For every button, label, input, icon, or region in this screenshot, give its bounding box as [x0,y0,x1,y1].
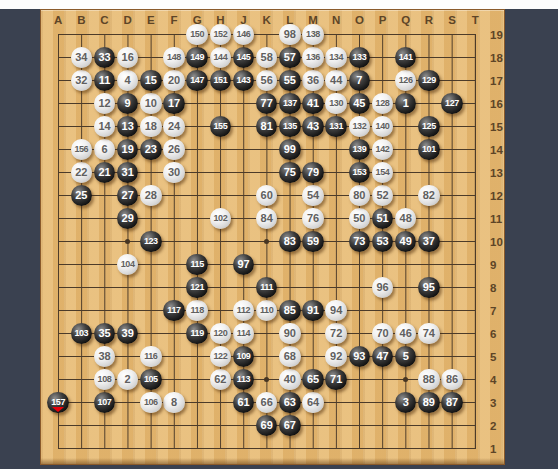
stone-M10[interactable]: 59 [301,230,324,253]
stone-G6[interactable]: 119 [186,322,209,345]
black-stone-S3[interactable]: 87 [441,392,463,414]
black-stone-M4[interactable]: 65 [302,369,324,391]
white-stone-B18[interactable]: 34 [71,47,93,69]
white-stone-O11[interactable]: 50 [349,208,371,230]
stone-K18[interactable]: 58 [255,46,278,69]
stone-L6[interactable]: 90 [278,322,301,345]
stone-R10[interactable]: 37 [417,230,440,253]
stone-E10[interactable]: 123 [139,230,162,253]
black-stone-Q3[interactable]: 3 [395,392,417,414]
black-stone-D15[interactable]: 13 [117,116,139,138]
stone-L3[interactable]: 63 [278,391,301,414]
stone-O14[interactable]: 139 [348,138,371,161]
white-stone-H4[interactable]: 62 [210,369,232,391]
black-stone-O17[interactable]: 7 [349,70,371,92]
white-stone-P16[interactable]: 128 [372,93,394,115]
stone-K8[interactable]: 111 [255,276,278,299]
white-stone-L4[interactable]: 40 [279,369,301,391]
stone-N18[interactable]: 134 [325,46,348,69]
white-stone-S4[interactable]: 86 [441,369,463,391]
stone-B14[interactable]: 156 [70,138,93,161]
stone-D17[interactable]: 4 [116,69,139,92]
white-stone-R4[interactable]: 88 [418,369,440,391]
stone-K15[interactable]: 81 [255,115,278,138]
black-stone-L18[interactable]: 57 [279,47,301,69]
white-stone-N7[interactable]: 94 [325,300,347,322]
stone-C16[interactable]: 12 [93,92,116,115]
black-stone-C17[interactable]: 11 [94,70,116,92]
black-stone-M15[interactable]: 43 [302,116,324,138]
black-stone-G17[interactable]: 147 [186,70,208,92]
black-stone-A3[interactable]: 157 [47,392,69,414]
stone-E3[interactable]: 106 [139,391,162,414]
white-stone-M19[interactable]: 138 [302,24,324,46]
stone-D15[interactable]: 13 [116,115,139,138]
black-stone-O18[interactable]: 133 [349,47,371,69]
white-stone-R6[interactable]: 74 [418,323,440,345]
stone-S16[interactable]: 127 [440,92,463,115]
stone-J19[interactable]: 146 [232,23,255,46]
stone-H19[interactable]: 152 [209,23,232,46]
white-stone-K17[interactable]: 56 [256,70,278,92]
white-stone-L6[interactable]: 90 [279,323,301,345]
stone-B12[interactable]: 25 [70,184,93,207]
white-stone-M18[interactable]: 136 [302,47,324,69]
white-stone-G7[interactable]: 118 [186,300,208,322]
stone-S3[interactable]: 87 [440,391,463,414]
stone-M15[interactable]: 43 [301,115,324,138]
white-stone-K12[interactable]: 60 [256,185,278,207]
stone-L17[interactable]: 55 [278,69,301,92]
stone-R15[interactable]: 125 [417,115,440,138]
black-stone-D6[interactable]: 39 [117,323,139,345]
white-stone-K18[interactable]: 58 [256,47,278,69]
black-stone-C18[interactable]: 33 [94,47,116,69]
white-stone-H19[interactable]: 152 [210,24,232,46]
black-stone-Q10[interactable]: 49 [395,231,417,253]
stone-O13[interactable]: 153 [348,161,371,184]
stone-J3[interactable]: 61 [232,391,255,414]
white-stone-J6[interactable]: 114 [233,323,255,345]
stone-R6[interactable]: 74 [417,322,440,345]
stone-N6[interactable]: 72 [325,322,348,345]
white-stone-B14[interactable]: 156 [71,139,93,161]
black-stone-K8[interactable]: 111 [256,277,278,299]
stone-L7[interactable]: 85 [278,299,301,322]
stone-J7[interactable]: 112 [232,299,255,322]
stone-O18[interactable]: 133 [348,46,371,69]
white-stone-C5[interactable]: 38 [94,346,116,368]
stone-J6[interactable]: 114 [232,322,255,345]
black-stone-K2[interactable]: 69 [256,415,278,437]
white-stone-D4[interactable]: 2 [117,369,139,391]
stone-O10[interactable]: 73 [348,230,371,253]
stone-H15[interactable]: 155 [209,115,232,138]
black-stone-J4[interactable]: 113 [233,369,255,391]
white-stone-B13[interactable]: 22 [71,162,93,184]
stone-D13[interactable]: 31 [116,161,139,184]
white-stone-F18[interactable]: 148 [163,47,185,69]
black-stone-C6[interactable]: 35 [94,323,116,345]
stone-J18[interactable]: 145 [232,46,255,69]
white-stone-D18[interactable]: 16 [117,47,139,69]
black-stone-M16[interactable]: 41 [302,93,324,115]
stone-Q18[interactable]: 141 [394,46,417,69]
stone-M19[interactable]: 138 [301,23,324,46]
black-stone-R15[interactable]: 125 [418,116,440,138]
black-stone-H15[interactable]: 155 [210,116,232,138]
black-stone-E14[interactable]: 23 [140,139,162,161]
white-stone-Q11[interactable]: 48 [395,208,417,230]
stone-L13[interactable]: 75 [278,161,301,184]
stone-L4[interactable]: 40 [278,368,301,391]
stone-B6[interactable]: 103 [70,322,93,345]
white-stone-F14[interactable]: 26 [163,139,185,161]
black-stone-D14[interactable]: 19 [117,139,139,161]
white-stone-N18[interactable]: 134 [325,47,347,69]
black-stone-P10[interactable]: 53 [372,231,394,253]
black-stone-K15[interactable]: 81 [256,116,278,138]
white-stone-K3[interactable]: 66 [256,392,278,414]
white-stone-O15[interactable]: 132 [349,116,371,138]
white-stone-G19[interactable]: 150 [186,24,208,46]
black-stone-R14[interactable]: 101 [418,139,440,161]
stone-K16[interactable]: 77 [255,92,278,115]
stone-Q10[interactable]: 49 [394,230,417,253]
stone-E17[interactable]: 15 [139,69,162,92]
stone-grid[interactable]: 1234567891011121314151617181920212223242… [47,23,487,460]
stone-F18[interactable]: 148 [162,46,185,69]
stone-D18[interactable]: 16 [116,46,139,69]
stone-L19[interactable]: 98 [278,23,301,46]
stone-C18[interactable]: 33 [93,46,116,69]
stone-E12[interactable]: 28 [139,184,162,207]
black-stone-J3[interactable]: 61 [233,392,255,414]
stone-H18[interactable]: 144 [209,46,232,69]
white-stone-B17[interactable]: 32 [71,70,93,92]
stone-K17[interactable]: 56 [255,69,278,92]
white-stone-E3[interactable]: 106 [140,392,162,414]
stone-M17[interactable]: 36 [301,69,324,92]
stone-P8[interactable]: 96 [371,276,394,299]
stone-E16[interactable]: 10 [139,92,162,115]
white-stone-F17[interactable]: 20 [163,70,185,92]
stone-E14[interactable]: 23 [139,138,162,161]
black-stone-S16[interactable]: 127 [441,93,463,115]
black-stone-C3[interactable]: 107 [94,392,116,414]
stone-L5[interactable]: 68 [278,345,301,368]
stone-R12[interactable]: 82 [417,184,440,207]
stone-R4[interactable]: 88 [417,368,440,391]
stone-R8[interactable]: 95 [417,276,440,299]
stone-H5[interactable]: 122 [209,345,232,368]
stone-K12[interactable]: 60 [255,184,278,207]
white-stone-C14[interactable]: 6 [94,139,116,161]
stone-O16[interactable]: 45 [348,92,371,115]
stone-P15[interactable]: 140 [371,115,394,138]
black-stone-L13[interactable]: 75 [279,162,301,184]
stone-M3[interactable]: 64 [301,391,324,414]
stone-P10[interactable]: 53 [371,230,394,253]
black-stone-K16[interactable]: 77 [256,93,278,115]
stone-E5[interactable]: 116 [139,345,162,368]
white-stone-H6[interactable]: 120 [210,323,232,345]
white-stone-O12[interactable]: 80 [349,185,371,207]
stone-O5[interactable]: 93 [348,345,371,368]
white-stone-J7[interactable]: 112 [233,300,255,322]
black-stone-Q18[interactable]: 141 [395,47,417,69]
white-stone-M3[interactable]: 64 [302,392,324,414]
black-stone-R8[interactable]: 95 [418,277,440,299]
stone-O17[interactable]: 7 [348,69,371,92]
stone-N4[interactable]: 71 [325,368,348,391]
white-stone-M12[interactable]: 54 [302,185,324,207]
stone-D12[interactable]: 27 [116,184,139,207]
white-stone-N17[interactable]: 44 [325,70,347,92]
black-stone-D12[interactable]: 27 [117,185,139,207]
white-stone-E5[interactable]: 116 [140,346,162,368]
black-stone-E10[interactable]: 123 [140,231,162,253]
white-stone-R12[interactable]: 82 [418,185,440,207]
black-stone-L2[interactable]: 67 [279,415,301,437]
stone-F7[interactable]: 117 [162,299,185,322]
stone-O15[interactable]: 132 [348,115,371,138]
black-stone-G9[interactable]: 115 [186,254,208,276]
stone-F17[interactable]: 20 [162,69,185,92]
stone-G9[interactable]: 115 [186,253,209,276]
black-stone-L10[interactable]: 83 [279,231,301,253]
stone-B18[interactable]: 34 [70,46,93,69]
black-stone-E4[interactable]: 105 [140,369,162,391]
stone-G7[interactable]: 118 [186,299,209,322]
stone-M12[interactable]: 54 [301,184,324,207]
white-stone-C4[interactable]: 108 [94,369,116,391]
stone-H4[interactable]: 62 [209,368,232,391]
stone-J4[interactable]: 113 [232,368,255,391]
stone-M4[interactable]: 65 [301,368,324,391]
stone-P11[interactable]: 51 [371,207,394,230]
stone-K11[interactable]: 84 [255,207,278,230]
black-stone-M13[interactable]: 79 [302,162,324,184]
white-stone-P13[interactable]: 154 [372,162,394,184]
black-stone-R3[interactable]: 89 [418,392,440,414]
stone-B13[interactable]: 22 [70,161,93,184]
black-stone-P5[interactable]: 47 [372,346,394,368]
black-stone-P11[interactable]: 51 [372,208,394,230]
stone-G8[interactable]: 121 [186,276,209,299]
white-stone-E15[interactable]: 18 [140,116,162,138]
black-stone-L17[interactable]: 55 [279,70,301,92]
white-stone-Q17[interactable]: 126 [395,70,417,92]
stone-P5[interactable]: 47 [371,345,394,368]
stone-E15[interactable]: 18 [139,115,162,138]
stone-H6[interactable]: 120 [209,322,232,345]
black-stone-G6[interactable]: 119 [186,323,208,345]
black-stone-R17[interactable]: 129 [418,70,440,92]
stone-C5[interactable]: 38 [93,345,116,368]
black-stone-O13[interactable]: 153 [349,162,371,184]
white-stone-P12[interactable]: 52 [372,185,394,207]
white-stone-K7[interactable]: 110 [256,300,278,322]
stone-K7[interactable]: 110 [255,299,278,322]
black-stone-O16[interactable]: 45 [349,93,371,115]
black-stone-Q16[interactable]: 1 [395,93,417,115]
stone-M7[interactable]: 91 [301,299,324,322]
white-stone-K11[interactable]: 84 [256,208,278,230]
stone-Q16[interactable]: 1 [394,92,417,115]
stone-R3[interactable]: 89 [417,391,440,414]
white-stone-L19[interactable]: 98 [279,24,301,46]
white-stone-P6[interactable]: 70 [372,323,394,345]
stone-C4[interactable]: 108 [93,368,116,391]
stone-P16[interactable]: 128 [371,92,394,115]
stone-D14[interactable]: 19 [116,138,139,161]
black-stone-E17[interactable]: 15 [140,70,162,92]
stone-F16[interactable]: 17 [162,92,185,115]
stone-N5[interactable]: 92 [325,345,348,368]
stone-N16[interactable]: 130 [325,92,348,115]
black-stone-D11[interactable]: 29 [117,208,139,230]
white-stone-P15[interactable]: 140 [372,116,394,138]
white-stone-D17[interactable]: 4 [117,70,139,92]
white-stone-C16[interactable]: 12 [94,93,116,115]
stone-Q11[interactable]: 48 [394,207,417,230]
black-stone-L7[interactable]: 85 [279,300,301,322]
stone-C14[interactable]: 6 [93,138,116,161]
black-stone-R10[interactable]: 37 [418,231,440,253]
stone-F13[interactable]: 30 [162,161,185,184]
white-stone-E16[interactable]: 10 [140,93,162,115]
stone-G17[interactable]: 147 [186,69,209,92]
stone-L2[interactable]: 67 [278,414,301,437]
black-stone-L15[interactable]: 135 [279,116,301,138]
black-stone-F16[interactable]: 17 [163,93,185,115]
stone-R14[interactable]: 101 [417,138,440,161]
white-stone-N16[interactable]: 130 [325,93,347,115]
stone-O12[interactable]: 80 [348,184,371,207]
white-stone-H5[interactable]: 122 [210,346,232,368]
white-stone-J19[interactable]: 146 [233,24,255,46]
black-stone-M10[interactable]: 59 [302,231,324,253]
black-stone-G8[interactable]: 121 [186,277,208,299]
white-stone-N6[interactable]: 72 [325,323,347,345]
black-stone-N15[interactable]: 131 [325,116,347,138]
stone-A3[interactable]: 157 [47,391,70,414]
black-stone-H17[interactable]: 151 [210,70,232,92]
stone-D6[interactable]: 39 [116,322,139,345]
stone-D11[interactable]: 29 [116,207,139,230]
stone-Q6[interactable]: 46 [394,322,417,345]
black-stone-J18[interactable]: 145 [233,47,255,69]
stone-S4[interactable]: 86 [440,368,463,391]
black-stone-O10[interactable]: 73 [349,231,371,253]
stone-R17[interactable]: 129 [417,69,440,92]
black-stone-D13[interactable]: 31 [117,162,139,184]
stone-N17[interactable]: 44 [325,69,348,92]
stone-G19[interactable]: 150 [186,23,209,46]
white-stone-H18[interactable]: 144 [210,47,232,69]
stone-B17[interactable]: 32 [70,69,93,92]
white-stone-M17[interactable]: 36 [302,70,324,92]
stone-L10[interactable]: 83 [278,230,301,253]
black-stone-Q5[interactable]: 5 [395,346,417,368]
black-stone-J17[interactable]: 143 [233,70,255,92]
stone-K3[interactable]: 66 [255,391,278,414]
stone-D4[interactable]: 2 [116,368,139,391]
stone-P12[interactable]: 52 [371,184,394,207]
stone-P13[interactable]: 154 [371,161,394,184]
stone-E4[interactable]: 105 [139,368,162,391]
stone-Q5[interactable]: 5 [394,345,417,368]
white-stone-C15[interactable]: 14 [94,116,116,138]
white-stone-H11[interactable]: 102 [210,208,232,230]
stone-H17[interactable]: 151 [209,69,232,92]
black-stone-C13[interactable]: 21 [94,162,116,184]
white-stone-D9[interactable]: 104 [117,254,139,276]
white-stone-L5[interactable]: 68 [279,346,301,368]
stone-H11[interactable]: 102 [209,207,232,230]
white-stone-F3[interactable]: 8 [163,392,185,414]
stone-C13[interactable]: 21 [93,161,116,184]
stone-N7[interactable]: 94 [325,299,348,322]
black-stone-L14[interactable]: 99 [279,139,301,161]
white-stone-M11[interactable]: 76 [302,208,324,230]
stone-L14[interactable]: 99 [278,138,301,161]
stone-Q3[interactable]: 3 [394,391,417,414]
stone-L18[interactable]: 57 [278,46,301,69]
stone-O11[interactable]: 50 [348,207,371,230]
black-stone-M7[interactable]: 91 [302,300,324,322]
white-stone-F13[interactable]: 30 [163,162,185,184]
black-stone-F7[interactable]: 117 [163,300,185,322]
stone-C15[interactable]: 14 [93,115,116,138]
white-stone-F15[interactable]: 24 [163,116,185,138]
black-stone-J5[interactable]: 109 [233,346,255,368]
stone-D9[interactable]: 104 [116,253,139,276]
stone-M11[interactable]: 76 [301,207,324,230]
stone-P6[interactable]: 70 [371,322,394,345]
stone-J9[interactable]: 97 [232,253,255,276]
black-stone-N4[interactable]: 71 [325,369,347,391]
go-board[interactable]: ABCDEFGHJKLMNOPQRST 19181716151413121110… [40,9,505,465]
black-stone-L3[interactable]: 63 [279,392,301,414]
stone-D16[interactable]: 9 [116,92,139,115]
black-stone-L16[interactable]: 137 [279,93,301,115]
white-stone-Q6[interactable]: 46 [395,323,417,345]
stone-G18[interactable]: 149 [186,46,209,69]
stone-M18[interactable]: 136 [301,46,324,69]
white-stone-E12[interactable]: 28 [140,185,162,207]
stone-L15[interactable]: 135 [278,115,301,138]
white-stone-P14[interactable]: 142 [372,139,394,161]
stone-P14[interactable]: 142 [371,138,394,161]
stone-M16[interactable]: 41 [301,92,324,115]
black-stone-B12[interactable]: 25 [71,185,93,207]
stone-J5[interactable]: 109 [232,345,255,368]
black-stone-J9[interactable]: 97 [233,254,255,276]
stone-L16[interactable]: 137 [278,92,301,115]
white-stone-P8[interactable]: 96 [372,277,394,299]
black-stone-D16[interactable]: 9 [117,93,139,115]
stone-M13[interactable]: 79 [301,161,324,184]
black-stone-G18[interactable]: 149 [186,47,208,69]
white-stone-N5[interactable]: 92 [325,346,347,368]
stone-C6[interactable]: 35 [93,322,116,345]
black-stone-O14[interactable]: 139 [349,139,371,161]
stone-Q17[interactable]: 126 [394,69,417,92]
stone-N15[interactable]: 131 [325,115,348,138]
stone-F15[interactable]: 24 [162,115,185,138]
